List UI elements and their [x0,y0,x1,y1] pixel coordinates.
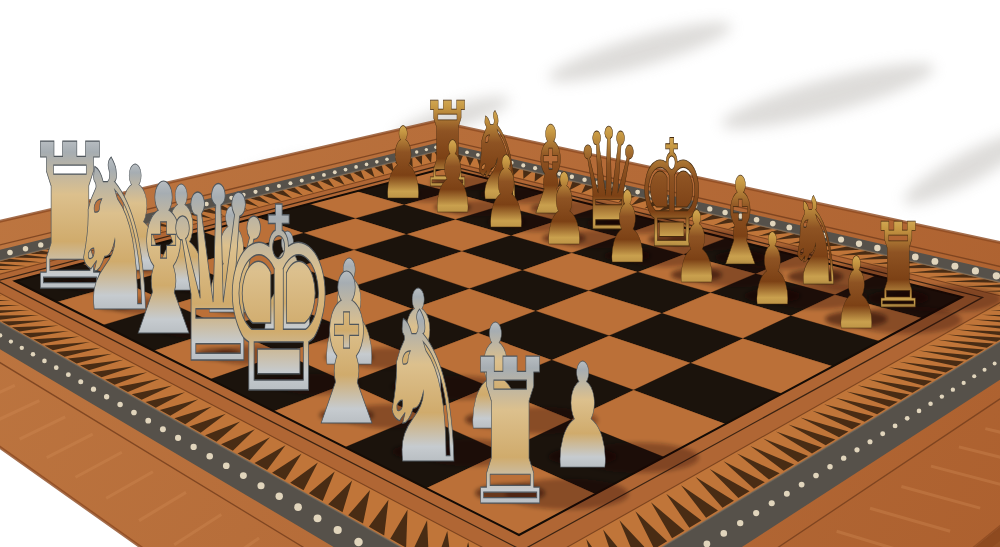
stitch-dot [294,503,302,511]
background-shadow [545,11,736,92]
stitch-dot [66,372,71,377]
stitch-dot [827,464,832,469]
piece-glyph-wrap: ♟ [604,170,650,285]
stitch-dot [962,381,966,385]
stitch-dot [972,267,979,274]
piece-black-pawn[interactable]: ♟ [673,190,719,305]
piece-white-knight[interactable]: ♞ [375,267,472,509]
piece-black-pawn[interactable]: ♟ [749,212,795,327]
stitch-dot [20,346,24,350]
piece-white-rook[interactable]: ♜ [463,316,557,547]
stitch-dot [769,500,775,506]
stitch-dot [720,530,727,537]
stitch-dot [354,165,358,169]
piece-glyph-wrap: ♟ [749,212,795,327]
stitch-dot [972,374,976,378]
stitch-dot [104,394,109,399]
piece-glyph-wrap: ♟ [549,332,617,500]
stitch-dot [131,410,137,416]
stitch-dot [951,388,955,392]
piece-black-pawn[interactable]: ♟ [604,170,650,285]
stitch-dot [893,424,898,429]
stitch-dot [190,444,196,450]
stitch-dot [240,472,247,479]
stitch-dot [145,418,151,424]
stitch-dot [867,439,872,444]
stitch-dot [42,359,47,364]
stitch-dot [257,482,264,489]
stitch-dot [54,365,59,370]
chess-set-scene: ♜♟♞♟♝♟♛♟♚♟♝♟♟♞♜♟♟♜♞♟♟♝♟♛♟♚♟♝♟♞♟♜ [0,0,1000,547]
piece-black-pawn[interactable]: ♟ [833,236,879,351]
piece-glyph-wrap: ♟ [483,135,529,250]
stitch-dot [841,456,846,461]
stitch-dot [784,491,790,497]
stitch-dot [91,387,96,392]
piece-black-pawn[interactable]: ♟ [429,120,475,235]
piece-glyph-wrap: ♟ [429,120,475,235]
stitch-dot [7,250,13,256]
piece-glyph-wrap: ♟ [673,190,719,305]
piece-glyph-wrap: ♟ [380,106,426,221]
piece-glyph-wrap: ♟ [833,236,879,351]
chess-board-photo: ♜♟♞♟♝♟♛♟♚♟♝♟♟♞♜♟♟♜♞♟♟♝♟♛♟♚♟♝♟♞♟♜ [0,0,1000,547]
piece-black-pawn[interactable]: ♟ [380,106,426,221]
piece-glyph-wrap: ♞ [375,267,472,509]
stitch-dot [983,368,987,372]
stitch-dot [854,447,859,452]
stitch-dot [880,431,885,436]
piece-black-pawn[interactable]: ♟ [541,152,587,267]
stitch-dot [917,409,922,414]
stitch-dot [160,426,166,432]
stitch-dot [737,520,743,526]
stitch-dot [223,462,230,469]
piece-glyph-wrap: ♟ [541,152,587,267]
stitch-dot [813,473,819,479]
stitch-dot [9,339,13,343]
stitch-dot [31,352,36,357]
piece-glyph-wrap: ♜ [463,316,557,547]
stitch-dot [931,258,938,265]
stitch-dot [799,482,805,488]
stitch-dot [117,402,122,407]
background-shadow [717,51,938,141]
stitch-dot [206,453,213,460]
stitch-dot [940,394,944,398]
piece-black-pawn[interactable]: ♟ [483,135,529,250]
stitch-dot [344,168,348,172]
stitch-dot [753,510,759,516]
stitch-dot [354,538,362,546]
stitch-dot [905,416,910,421]
stitch-dot [276,493,283,500]
stitch-dot [314,514,322,522]
stitch-dot [993,272,1000,279]
stitch-dot [928,401,933,406]
stitch-dot [375,160,379,164]
stitch-dot [175,435,181,441]
stitch-dot [78,379,83,384]
piece-white-pawn[interactable]: ♟ [549,332,617,500]
stitch-dot [365,163,369,167]
stitch-dot [951,263,958,270]
stitch-dot [993,361,997,365]
stitch-dot [334,526,342,534]
